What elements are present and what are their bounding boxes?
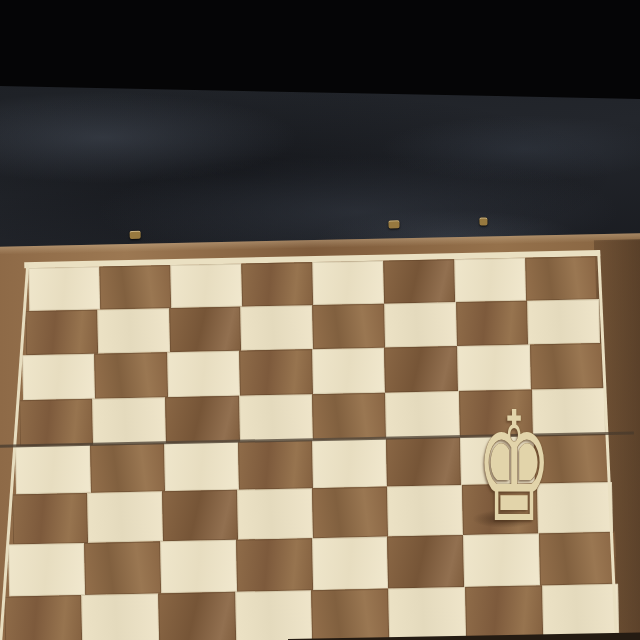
square-c2[interactable] [160,540,237,594]
hinge-icon [479,217,487,225]
square-c7[interactable] [169,307,242,352]
square-b4[interactable] [90,443,165,493]
white-king[interactable]: ♚ [446,394,562,546]
square-a3[interactable] [12,493,88,545]
square-h1[interactable] [542,584,620,640]
square-a5[interactable] [19,399,93,447]
hinge-icon [388,220,399,228]
square-d7[interactable] [240,305,313,350]
square-a7[interactable] [25,310,98,355]
hinge-icon [130,231,141,239]
square-g7[interactable] [456,301,529,346]
square-c5[interactable] [165,396,239,444]
square-f7[interactable] [384,302,457,347]
square-e6[interactable] [312,348,385,395]
square-e8[interactable] [312,261,384,305]
square-d4[interactable] [238,440,313,490]
square-f6[interactable] [385,346,458,393]
square-f1[interactable] [388,587,466,640]
square-d2[interactable] [236,538,313,592]
square-a4[interactable] [16,445,91,495]
square-b1[interactable] [81,593,159,640]
square-g1[interactable] [465,585,543,640]
square-b2[interactable] [84,541,161,595]
square-e2[interactable] [312,537,389,591]
square-c1[interactable] [158,592,236,640]
square-d8[interactable] [241,262,313,306]
square-e4[interactable] [312,439,387,489]
square-d5[interactable] [239,394,313,442]
square-b6[interactable] [95,352,168,399]
square-g8[interactable] [454,258,526,302]
square-b7[interactable] [97,308,170,353]
square-h7[interactable] [527,299,600,344]
scene: ♚ [0,0,640,640]
square-c3[interactable] [162,490,238,542]
square-c6[interactable] [167,351,240,398]
square-d6[interactable] [240,349,313,396]
square-b5[interactable] [92,397,166,445]
square-b3[interactable] [87,491,163,543]
square-e1[interactable] [312,589,390,640]
square-b8[interactable] [99,265,171,309]
square-e5[interactable] [312,393,386,441]
square-c4[interactable] [164,442,239,492]
square-c8[interactable] [170,264,242,308]
square-d1[interactable] [235,590,313,640]
square-a2[interactable] [8,543,85,597]
white-king-glyph: ♚ [476,394,552,542]
square-a1[interactable] [5,595,83,640]
square-e7[interactable] [312,304,385,349]
square-e3[interactable] [312,487,388,539]
square-h8[interactable] [525,256,597,300]
square-a6[interactable] [22,354,95,401]
square-a8[interactable] [28,267,100,311]
square-f8[interactable] [383,259,455,303]
square-d3[interactable] [237,488,313,540]
